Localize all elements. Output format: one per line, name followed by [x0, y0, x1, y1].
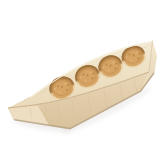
- pit-speckle: [116, 63, 118, 65]
- pit-speckle: [57, 85, 59, 87]
- pit-speckle: [64, 83, 66, 85]
- pit-speckle: [83, 74, 85, 76]
- pit-speckle: [61, 86, 63, 88]
- product-photo-stage: [0, 0, 160, 160]
- pit-speckle: [108, 70, 110, 72]
- pit-speckle: [59, 91, 61, 93]
- pit-speckle: [136, 52, 138, 54]
- pit-speckle: [131, 60, 133, 62]
- pit-speckle: [66, 89, 68, 91]
- pit-speckle: [113, 62, 115, 64]
- pit-speckle: [67, 84, 69, 86]
- wooden-pit-tray: [0, 0, 160, 160]
- pit-speckle: [90, 72, 92, 74]
- pit-speckle: [129, 54, 131, 56]
- pit-speckle: [126, 57, 128, 59]
- pit-speckle: [139, 53, 141, 55]
- pit-speckle: [85, 80, 87, 82]
- pit-speckle: [92, 78, 94, 80]
- pit-speckle: [93, 73, 95, 75]
- pit-speckle: [133, 55, 135, 57]
- pit-speckle: [115, 68, 117, 70]
- pit-speckle: [106, 64, 108, 66]
- pit-speckle: [110, 65, 112, 67]
- pit-speckle: [80, 77, 82, 79]
- pit-speckle: [54, 88, 56, 90]
- pit-speckle: [103, 67, 105, 69]
- pit-speckle: [138, 58, 140, 60]
- pit-speckle: [87, 75, 89, 77]
